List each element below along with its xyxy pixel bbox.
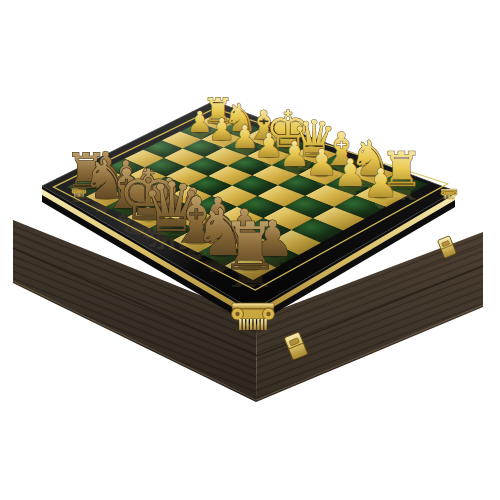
product-photo: ♜♜♞♞♟♟♝♝♟♟♚♚♟♟♛♛♟♟♝♝♟♟♞♞♟♟♟♟♜♜♟♟♟♟♜♜♟♟♟♟… xyxy=(0,0,500,500)
piece-bronze-rook-a8: ♜ xyxy=(221,209,279,284)
chess-set-photo: ♜♜♞♞♟♟♝♝♟♟♚♚♟♟♛♛♟♟♝♝♟♟♞♞♟♟♟♟♜♜♟♟♟♟♜♜♟♟♟♟… xyxy=(0,0,500,500)
piece-gold-pawn-a2: ♟ xyxy=(363,160,399,206)
